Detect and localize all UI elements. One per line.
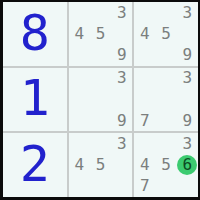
empty-candidate-slot: [69, 44, 90, 65]
empty-candidate-slot: [90, 133, 111, 154]
candidate-9: 9: [111, 44, 132, 65]
empty-candidate-slot: [69, 110, 90, 131]
empty-candidate-slot: [134, 89, 155, 110]
candidate-7: 7: [134, 110, 155, 131]
solved-digit: 1: [20, 73, 50, 123]
empty-candidate-slot: [90, 44, 111, 65]
solved-digit: 2: [20, 139, 50, 189]
cell-r3c3[interactable]: 34567: [134, 133, 198, 197]
solved-digit: 8: [20, 8, 50, 58]
cell-r3c2[interactable]: 345: [69, 133, 133, 197]
empty-candidate-slot: [177, 89, 198, 110]
empty-candidate-slot: [90, 176, 111, 197]
empty-candidate-slot: [69, 89, 90, 110]
candidate-5: 5: [156, 155, 177, 176]
candidate-3: 3: [111, 68, 132, 89]
candidate-3: 3: [177, 133, 198, 154]
candidate-5: 5: [90, 155, 111, 176]
candidate-4: 4: [69, 23, 90, 44]
candidate-grid: 3459: [69, 2, 133, 66]
empty-candidate-slot: [90, 110, 111, 131]
candidate-4: 4: [69, 155, 90, 176]
cell-r3c1[interactable]: 2: [3, 133, 67, 197]
empty-candidate-slot: [134, 2, 155, 23]
sudoku-board: 834593459139379234534567: [0, 0, 200, 200]
empty-candidate-slot: [156, 2, 177, 23]
empty-candidate-slot: [69, 68, 90, 89]
cell-r1c2[interactable]: 3459: [69, 2, 133, 66]
empty-candidate-slot: [134, 44, 155, 65]
empty-candidate-slot: [90, 2, 111, 23]
empty-candidate-slot: [177, 176, 198, 197]
empty-candidate-slot: [156, 176, 177, 197]
empty-candidate-slot: [134, 68, 155, 89]
cell-r1c3[interactable]: 3459: [134, 2, 198, 66]
candidate-7: 7: [134, 176, 155, 197]
candidate-grid: 379: [134, 68, 198, 132]
empty-candidate-slot: [134, 133, 155, 154]
candidate-3: 3: [111, 2, 132, 23]
candidate-grid: 34567: [134, 133, 198, 197]
cell-r1c1[interactable]: 8: [3, 2, 67, 66]
candidate-5: 5: [156, 23, 177, 44]
candidate-3: 3: [177, 68, 198, 89]
cell-r2c1[interactable]: 1: [3, 68, 67, 132]
candidate-grid: 39: [69, 68, 133, 132]
candidate-3: 3: [177, 2, 198, 23]
empty-candidate-slot: [69, 2, 90, 23]
candidate-9: 9: [177, 110, 198, 131]
empty-candidate-slot: [156, 133, 177, 154]
empty-candidate-slot: [69, 176, 90, 197]
highlighted-candidate-6: 6: [177, 155, 197, 175]
candidate-grid: 345: [69, 133, 133, 197]
empty-candidate-slot: [111, 89, 132, 110]
candidate-9: 9: [111, 110, 132, 131]
candidate-9: 9: [177, 44, 198, 65]
candidate-4: 4: [134, 23, 155, 44]
candidate-4: 4: [134, 155, 155, 176]
cell-r2c2[interactable]: 39: [69, 68, 133, 132]
empty-candidate-slot: [177, 23, 198, 44]
cell-r2c3[interactable]: 379: [134, 68, 198, 132]
candidate-3: 3: [111, 133, 132, 154]
candidate-grid: 3459: [134, 2, 198, 66]
candidate-5: 5: [90, 23, 111, 44]
empty-candidate-slot: [90, 89, 111, 110]
empty-candidate-slot: [111, 155, 132, 176]
empty-candidate-slot: [156, 44, 177, 65]
empty-candidate-slot: [111, 23, 132, 44]
empty-candidate-slot: [69, 133, 90, 154]
empty-candidate-slot: [111, 176, 132, 197]
empty-candidate-slot: [156, 110, 177, 131]
empty-candidate-slot: [156, 89, 177, 110]
empty-candidate-slot: [90, 68, 111, 89]
empty-candidate-slot: [156, 68, 177, 89]
